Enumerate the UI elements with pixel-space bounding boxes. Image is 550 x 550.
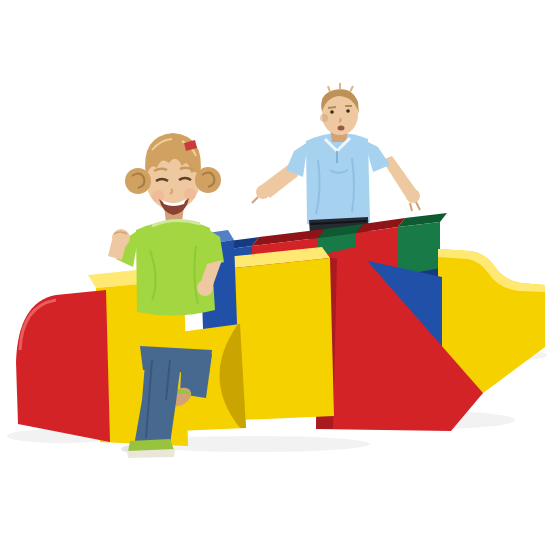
near-row-red-wave-end [16, 290, 110, 442]
boy-right-hand [406, 189, 420, 203]
boy-mouth [338, 126, 345, 131]
girl-right-cheek [184, 188, 196, 200]
near-row-yellow-block-center [234, 258, 334, 420]
boy-ear [320, 114, 328, 122]
product-photo [0, 0, 550, 550]
girl-right-hand [197, 280, 213, 296]
girl-tshirt [136, 220, 215, 315]
boy-right-eye [346, 109, 350, 113]
boy-left-eye [330, 110, 334, 114]
boy-left-hand [256, 185, 270, 199]
